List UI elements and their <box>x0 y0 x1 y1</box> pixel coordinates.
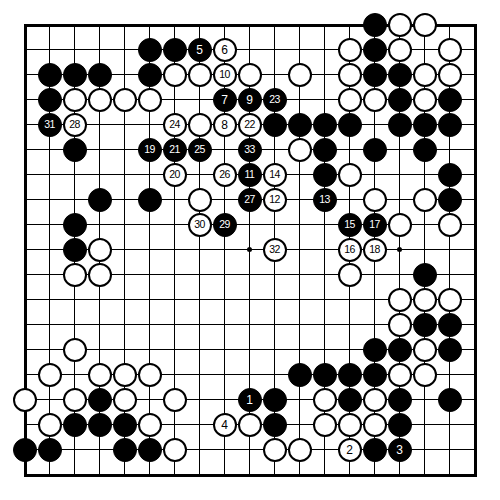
black-stone[interactable] <box>163 38 187 62</box>
black-stone[interactable] <box>438 163 462 187</box>
stone-move-30[interactable]: 30 <box>188 213 212 237</box>
move-number: 27 <box>244 194 255 205</box>
move-number: 31 <box>44 119 55 130</box>
move-number: 5 <box>196 44 203 56</box>
move-number: 26 <box>219 169 230 180</box>
black-stone[interactable] <box>438 88 462 112</box>
move-number: 28 <box>69 119 80 130</box>
move-number: 23 <box>269 94 280 105</box>
black-stone[interactable] <box>88 63 112 87</box>
stone-move-13[interactable]: 13 <box>313 188 337 212</box>
white-stone[interactable] <box>438 38 462 62</box>
white-stone[interactable] <box>188 188 212 212</box>
white-stone[interactable] <box>263 438 287 462</box>
white-stone[interactable] <box>388 288 412 312</box>
go-board: 5610792331282482219212533202611142712133… <box>0 0 500 500</box>
move-number: 11 <box>245 169 255 180</box>
black-stone[interactable] <box>388 63 412 87</box>
white-stone[interactable] <box>388 363 412 387</box>
white-stone[interactable] <box>188 113 212 137</box>
white-stone[interactable] <box>63 338 87 362</box>
stone-move-28[interactable]: 28 <box>63 113 87 137</box>
black-stone[interactable] <box>63 413 87 437</box>
black-stone[interactable] <box>363 63 387 87</box>
white-stone[interactable] <box>313 413 337 437</box>
black-stone[interactable] <box>88 388 112 412</box>
black-stone[interactable] <box>438 188 462 212</box>
stone-move-8[interactable]: 8 <box>213 113 237 137</box>
black-stone[interactable] <box>138 38 162 62</box>
stone-move-21[interactable]: 21 <box>163 138 187 162</box>
white-stone[interactable] <box>413 63 437 87</box>
white-stone[interactable] <box>88 88 112 112</box>
move-number: 22 <box>244 119 255 130</box>
white-stone[interactable] <box>113 363 137 387</box>
stone-move-24[interactable]: 24 <box>163 113 187 137</box>
stone-move-3[interactable]: 3 <box>388 438 412 462</box>
black-stone[interactable] <box>313 363 337 387</box>
move-number: 10 <box>219 69 230 80</box>
white-stone[interactable] <box>163 438 187 462</box>
white-stone[interactable] <box>438 63 462 87</box>
move-number: 19 <box>144 144 155 155</box>
white-stone[interactable] <box>363 413 387 437</box>
white-stone[interactable] <box>113 88 137 112</box>
white-stone[interactable] <box>163 63 187 87</box>
black-stone[interactable] <box>363 363 387 387</box>
stone-move-18[interactable]: 18 <box>363 238 387 262</box>
stone-move-5[interactable]: 5 <box>188 38 212 62</box>
white-stone[interactable] <box>388 213 412 237</box>
white-stone[interactable] <box>138 88 162 112</box>
white-stone[interactable] <box>113 388 137 412</box>
white-stone[interactable] <box>413 363 437 387</box>
black-stone[interactable] <box>38 438 62 462</box>
black-stone[interactable] <box>63 138 87 162</box>
black-stone[interactable] <box>363 13 387 37</box>
white-stone[interactable] <box>338 163 362 187</box>
move-number: 9 <box>246 94 253 106</box>
move-number: 14 <box>269 169 280 180</box>
black-stone[interactable] <box>388 413 412 437</box>
move-number: 25 <box>194 144 205 155</box>
black-stone[interactable] <box>363 138 387 162</box>
white-stone[interactable] <box>338 88 362 112</box>
black-stone[interactable] <box>263 113 287 137</box>
black-stone[interactable] <box>263 413 287 437</box>
white-stone[interactable] <box>413 188 437 212</box>
white-stone[interactable] <box>13 388 37 412</box>
black-stone[interactable] <box>363 38 387 62</box>
stones-layer: 5610792331282482219212533202611142712133… <box>12 12 487 487</box>
white-stone[interactable] <box>288 138 312 162</box>
white-stone[interactable] <box>238 413 262 437</box>
white-stone[interactable] <box>413 288 437 312</box>
white-stone[interactable] <box>63 388 87 412</box>
stone-move-10[interactable]: 10 <box>213 63 237 87</box>
stone-move-25[interactable]: 25 <box>188 138 212 162</box>
white-stone[interactable] <box>338 63 362 87</box>
white-stone[interactable] <box>38 413 62 437</box>
black-stone[interactable] <box>413 138 437 162</box>
move-number: 29 <box>219 219 230 230</box>
white-stone[interactable] <box>163 388 187 412</box>
black-stone[interactable] <box>338 363 362 387</box>
white-stone[interactable] <box>338 38 362 62</box>
move-number: 33 <box>244 144 255 155</box>
stone-move-2[interactable]: 2 <box>338 438 362 462</box>
stone-move-27[interactable]: 27 <box>238 188 262 212</box>
move-number: 1 <box>246 394 253 406</box>
white-stone[interactable] <box>63 88 87 112</box>
black-stone[interactable] <box>313 138 337 162</box>
stone-move-15[interactable]: 15 <box>338 213 362 237</box>
stone-move-20[interactable]: 20 <box>163 163 187 187</box>
stone-move-26[interactable]: 26 <box>213 163 237 187</box>
stone-move-12[interactable]: 12 <box>263 188 287 212</box>
move-number: 6 <box>221 44 228 56</box>
white-stone[interactable] <box>63 263 87 287</box>
black-stone[interactable] <box>313 163 337 187</box>
black-stone[interactable] <box>388 88 412 112</box>
black-stone[interactable] <box>413 313 437 337</box>
black-stone[interactable] <box>138 188 162 212</box>
white-stone[interactable] <box>388 13 412 37</box>
move-number: 8 <box>221 119 228 131</box>
white-stone[interactable] <box>388 38 412 62</box>
white-stone[interactable] <box>138 413 162 437</box>
stone-move-14[interactable]: 14 <box>263 163 287 187</box>
stone-move-23[interactable]: 23 <box>263 88 287 112</box>
stone-move-4[interactable]: 4 <box>213 413 237 437</box>
black-stone[interactable] <box>313 113 337 137</box>
white-stone[interactable] <box>413 88 437 112</box>
black-stone[interactable] <box>338 388 362 412</box>
black-stone[interactable] <box>288 363 312 387</box>
white-stone[interactable] <box>413 13 437 37</box>
black-stone[interactable] <box>113 438 137 462</box>
white-stone[interactable] <box>338 413 362 437</box>
move-number: 24 <box>169 119 180 130</box>
white-stone[interactable] <box>363 188 387 212</box>
white-stone[interactable] <box>188 63 212 87</box>
stone-move-6[interactable]: 6 <box>213 38 237 62</box>
white-stone[interactable] <box>438 213 462 237</box>
black-stone[interactable] <box>13 438 37 462</box>
stone-move-16[interactable]: 16 <box>338 238 362 262</box>
move-number: 3 <box>396 444 403 456</box>
black-stone[interactable] <box>63 238 87 262</box>
black-stone[interactable] <box>438 338 462 362</box>
move-number: 17 <box>369 219 380 230</box>
black-stone[interactable] <box>388 113 412 137</box>
move-number: 4 <box>221 419 228 431</box>
white-stone[interactable] <box>388 313 412 337</box>
stone-move-22[interactable]: 22 <box>238 113 262 137</box>
move-number: 20 <box>169 169 180 180</box>
move-number: 30 <box>194 219 205 230</box>
black-stone[interactable] <box>63 213 87 237</box>
white-stone[interactable] <box>438 288 462 312</box>
black-stone[interactable] <box>413 263 437 287</box>
black-stone[interactable] <box>338 113 362 137</box>
white-stone[interactable] <box>338 263 362 287</box>
black-stone[interactable] <box>363 338 387 362</box>
black-stone[interactable] <box>138 63 162 87</box>
black-stone[interactable] <box>438 313 462 337</box>
white-stone[interactable] <box>238 63 262 87</box>
black-stone[interactable] <box>438 113 462 137</box>
stone-move-32[interactable]: 32 <box>263 238 287 262</box>
move-number: 18 <box>369 244 380 255</box>
white-stone[interactable] <box>363 88 387 112</box>
white-stone[interactable] <box>313 388 337 412</box>
move-number: 12 <box>269 194 280 205</box>
white-stone[interactable] <box>363 388 387 412</box>
black-stone[interactable] <box>88 413 112 437</box>
black-stone[interactable] <box>38 63 62 87</box>
move-number: 15 <box>344 219 355 230</box>
white-stone[interactable] <box>88 263 112 287</box>
black-stone[interactable] <box>363 438 387 462</box>
stone-move-17[interactable]: 17 <box>363 213 387 237</box>
stone-move-33[interactable]: 33 <box>238 138 262 162</box>
move-number: 32 <box>269 244 280 255</box>
move-number: 7 <box>221 94 228 106</box>
black-stone[interactable] <box>38 88 62 112</box>
black-stone[interactable] <box>288 113 312 137</box>
black-stone[interactable] <box>438 388 462 412</box>
white-stone[interactable] <box>288 438 312 462</box>
black-stone[interactable] <box>88 188 112 212</box>
black-stone[interactable] <box>138 438 162 462</box>
white-stone[interactable] <box>88 238 112 262</box>
stone-move-9[interactable]: 9 <box>238 88 262 112</box>
move-number: 13 <box>319 194 330 205</box>
white-stone[interactable] <box>88 363 112 387</box>
stone-move-1[interactable]: 1 <box>238 388 262 412</box>
move-number: 16 <box>344 244 355 255</box>
black-stone[interactable] <box>413 113 437 137</box>
stone-move-11[interactable]: 11 <box>238 163 262 187</box>
white-stone[interactable] <box>38 363 62 387</box>
stone-move-7[interactable]: 7 <box>213 88 237 112</box>
black-stone[interactable] <box>263 388 287 412</box>
stone-move-29[interactable]: 29 <box>213 213 237 237</box>
move-number: 2 <box>346 444 353 456</box>
stone-move-19[interactable]: 19 <box>138 138 162 162</box>
stone-move-31[interactable]: 31 <box>38 113 62 137</box>
white-stone[interactable] <box>288 63 312 87</box>
black-stone[interactable] <box>388 338 412 362</box>
black-stone[interactable] <box>113 413 137 437</box>
white-stone[interactable] <box>138 363 162 387</box>
black-stone[interactable] <box>63 63 87 87</box>
white-stone[interactable] <box>413 338 437 362</box>
black-stone[interactable] <box>388 388 412 412</box>
move-number: 21 <box>169 144 180 155</box>
